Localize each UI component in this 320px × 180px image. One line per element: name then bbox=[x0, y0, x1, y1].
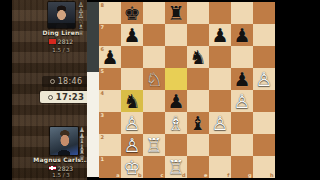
captured-pieces-by-white: ♟♟♝♝♜♛ bbox=[77, 128, 87, 162]
clock-icon bbox=[50, 79, 55, 84]
white-rook-c2[interactable]: ♖ bbox=[143, 134, 165, 156]
square-g3[interactable] bbox=[231, 112, 253, 134]
black-knight-b4[interactable]: ♞ bbox=[121, 90, 143, 112]
black-pawn-g5[interactable]: ♟ bbox=[231, 68, 253, 90]
rank-label-7: 7 bbox=[101, 25, 104, 30]
square-d8[interactable]: ♜ bbox=[165, 2, 187, 24]
rank-label-5: 5 bbox=[101, 69, 104, 74]
player-meta-top: 2812 bbox=[32, 38, 90, 45]
file-label-g: g bbox=[248, 173, 252, 178]
square-a7[interactable]: 7 bbox=[99, 24, 121, 46]
square-a6[interactable]: 6♟ bbox=[99, 46, 121, 68]
player-score-top: 1.5 / 3 bbox=[32, 47, 90, 53]
black-pawn-b7[interactable]: ♟ bbox=[121, 24, 143, 46]
eval-bar bbox=[87, 2, 99, 177]
chess-board: 8♚♜7♟♟♟6♟♞5♘♟♙4♞♟♙3♙♗♝♙2♙♖1ab♔cd♖efgh bbox=[99, 2, 275, 178]
square-a2[interactable]: 2 bbox=[99, 134, 121, 156]
clock-time-bottom: 17:23 bbox=[56, 92, 85, 102]
square-c7[interactable] bbox=[143, 24, 165, 46]
square-g1[interactable]: g bbox=[231, 156, 253, 178]
black-pawn-f7[interactable]: ♟ bbox=[209, 24, 231, 46]
black-bishop-e3[interactable]: ♝ bbox=[187, 112, 209, 134]
white-pawn-b2[interactable]: ♙ bbox=[121, 134, 143, 156]
player-score-bottom: 1.5 / 3 bbox=[32, 172, 90, 178]
square-b1[interactable]: b♔ bbox=[121, 156, 143, 178]
rank-label-2: 2 bbox=[101, 135, 104, 140]
captured-piece-glyph: ♛ bbox=[79, 156, 85, 162]
avatar-ding-liren bbox=[48, 2, 75, 28]
square-b4[interactable]: ♞ bbox=[121, 90, 143, 112]
square-f8[interactable] bbox=[209, 2, 231, 24]
norway-flag-icon bbox=[49, 166, 56, 171]
captured-piece-glyph: ♕ bbox=[78, 31, 84, 37]
square-f4[interactable] bbox=[209, 90, 231, 112]
square-d5[interactable] bbox=[165, 68, 187, 90]
square-g2[interactable] bbox=[231, 134, 253, 156]
square-h3[interactable] bbox=[253, 112, 275, 134]
square-d6[interactable] bbox=[165, 46, 187, 68]
square-f6[interactable] bbox=[209, 46, 231, 68]
square-d3[interactable]: ♗ bbox=[165, 112, 187, 134]
app-window: Ding Liren 2812 1.5 / 3 18:46 17:23 Magn… bbox=[0, 0, 320, 180]
white-pawn-b3[interactable]: ♙ bbox=[121, 112, 143, 134]
black-rook-d8[interactable]: ♜ bbox=[165, 2, 187, 24]
square-e5[interactable] bbox=[187, 68, 209, 90]
white-king-b1[interactable]: ♔ bbox=[121, 156, 143, 178]
eval-bar-black-part bbox=[87, 2, 99, 72]
white-bishop-d3[interactable]: ♗ bbox=[165, 112, 187, 134]
black-pawn-g7[interactable]: ♟ bbox=[231, 24, 253, 46]
white-pawn-g4[interactable]: ♙ bbox=[231, 90, 253, 112]
square-g5[interactable]: ♟ bbox=[231, 68, 253, 90]
square-a3[interactable]: 3 bbox=[99, 112, 121, 134]
clock-icon bbox=[48, 95, 53, 100]
square-h7[interactable] bbox=[253, 24, 275, 46]
square-f7[interactable]: ♟ bbox=[209, 24, 231, 46]
square-h1[interactable]: h bbox=[253, 156, 275, 178]
square-e2[interactable] bbox=[187, 134, 209, 156]
white-pawn-f3[interactable]: ♙ bbox=[209, 112, 231, 134]
square-b7[interactable]: ♟ bbox=[121, 24, 143, 46]
black-knight-e6[interactable]: ♞ bbox=[187, 46, 209, 68]
player-rating-bottom: 2823 bbox=[58, 165, 73, 172]
square-e3[interactable]: ♝ bbox=[187, 112, 209, 134]
square-f2[interactable] bbox=[209, 134, 231, 156]
square-e4[interactable] bbox=[187, 90, 209, 112]
square-b3[interactable]: ♙ bbox=[121, 112, 143, 134]
avatar-magnus-carlsen bbox=[50, 127, 78, 155]
square-a5[interactable]: 5 bbox=[99, 68, 121, 90]
file-label-c: c bbox=[161, 173, 164, 178]
rank-label-8: 8 bbox=[101, 3, 104, 8]
square-g8[interactable] bbox=[231, 2, 253, 24]
player-rating-top: 2812 bbox=[58, 38, 73, 45]
square-c1[interactable]: c bbox=[143, 156, 165, 178]
rank-label-4: 4 bbox=[101, 91, 104, 96]
rank-label-3: 3 bbox=[101, 113, 104, 118]
square-g6[interactable] bbox=[231, 46, 253, 68]
square-f5[interactable] bbox=[209, 68, 231, 90]
clock-time-top: 18:46 bbox=[58, 77, 83, 86]
square-f3[interactable]: ♙ bbox=[209, 112, 231, 134]
square-h6[interactable] bbox=[253, 46, 275, 68]
square-d4[interactable]: ♟ bbox=[165, 90, 187, 112]
white-pawn-h5[interactable]: ♙ bbox=[253, 68, 275, 90]
clock-bottom-active: 17:23 bbox=[40, 91, 92, 103]
square-b5[interactable] bbox=[121, 68, 143, 90]
file-label-a: a bbox=[116, 173, 119, 178]
square-a1[interactable]: 1a bbox=[99, 156, 121, 178]
square-e8[interactable] bbox=[187, 2, 209, 24]
rank-label-1: 1 bbox=[101, 157, 104, 162]
square-c2[interactable]: ♖ bbox=[143, 134, 165, 156]
black-pawn-a6[interactable]: ♟ bbox=[99, 46, 121, 68]
square-b2[interactable]: ♙ bbox=[121, 134, 143, 156]
square-c4[interactable] bbox=[143, 90, 165, 112]
clock-top: 18:46 bbox=[42, 76, 90, 87]
captured-pieces-by-black: ♙♙♙♘♗♕ bbox=[76, 3, 86, 37]
square-f1[interactable]: f bbox=[209, 156, 231, 178]
square-e1[interactable]: e bbox=[187, 156, 209, 178]
square-e7[interactable] bbox=[187, 24, 209, 46]
square-b6[interactable] bbox=[121, 46, 143, 68]
square-h4[interactable] bbox=[253, 90, 275, 112]
square-a4[interactable]: 4 bbox=[99, 90, 121, 112]
black-king-b8[interactable]: ♚ bbox=[121, 2, 143, 24]
square-d1[interactable]: d♖ bbox=[165, 156, 187, 178]
square-b8[interactable]: ♚ bbox=[121, 2, 143, 24]
square-g4[interactable]: ♙ bbox=[231, 90, 253, 112]
square-h2[interactable] bbox=[253, 134, 275, 156]
file-label-h: h bbox=[270, 173, 274, 178]
square-c6[interactable] bbox=[143, 46, 165, 68]
player-meta-bottom: 2823 bbox=[32, 165, 90, 172]
square-d7[interactable] bbox=[165, 24, 187, 46]
white-rook-d1[interactable]: ♖ bbox=[165, 156, 187, 178]
eval-bar-white-part bbox=[87, 72, 99, 177]
square-c8[interactable] bbox=[143, 2, 165, 24]
square-g7[interactable]: ♟ bbox=[231, 24, 253, 46]
square-a8[interactable]: 8 bbox=[99, 2, 121, 24]
china-flag-icon bbox=[49, 39, 56, 44]
square-e6[interactable]: ♞ bbox=[187, 46, 209, 68]
square-c5[interactable]: ♘ bbox=[143, 68, 165, 90]
square-d2[interactable] bbox=[165, 134, 187, 156]
white-knight-c5[interactable]: ♘ bbox=[143, 68, 165, 90]
square-h5[interactable]: ♙ bbox=[253, 68, 275, 90]
black-pawn-d4[interactable]: ♟ bbox=[165, 90, 187, 112]
square-c3[interactable] bbox=[143, 112, 165, 134]
file-label-f: f bbox=[227, 173, 229, 178]
file-label-e: e bbox=[204, 173, 207, 178]
square-h8[interactable] bbox=[253, 2, 275, 24]
